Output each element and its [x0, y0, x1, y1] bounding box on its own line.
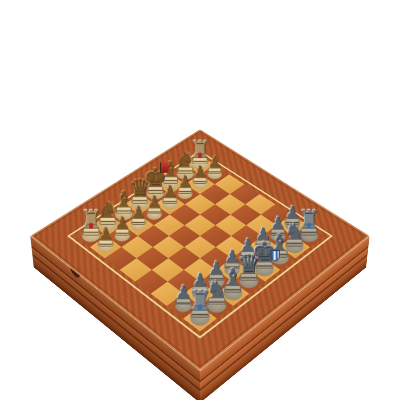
pedestal-base [98, 240, 113, 247]
pedestal-base [191, 310, 209, 319]
tower-door [198, 304, 202, 310]
blue-white-shield [270, 250, 279, 261]
product-photo: ♜♞♟♝♟♚♟♛♟♝♟♞♟♟♜♟♟♜♟♟♞♟♝♟♚♟♛♟♝♟♞♜ [0, 0, 400, 400]
square-a5[interactable] [120, 258, 152, 281]
scene-3d: ♜♞♟♝♟♚♟♛♟♝♟♞♟♟♜♟♟♜♟♟♞♟♝♟♚♟♛♟♝♟♞♜ [0, 0, 400, 400]
piece-figure: ♟ [83, 182, 127, 247]
piece-figure: ♜ [176, 249, 224, 318]
